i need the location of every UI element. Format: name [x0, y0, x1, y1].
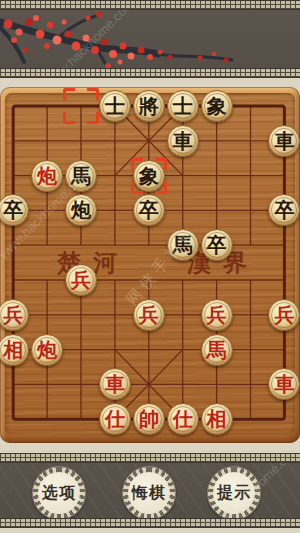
red-cannon-piece[interactable]: 炮	[31, 160, 63, 192]
undo-move-button[interactable]: 悔棋	[122, 466, 176, 518]
black-chariot-piece[interactable]: 車	[167, 125, 199, 157]
meander-border-bottom	[0, 518, 300, 528]
black-elephant-piece[interactable]: 象	[133, 160, 165, 192]
red-advisor-piece[interactable]: 仕	[99, 403, 131, 435]
plum-blossom-branch-icon	[0, 10, 300, 68]
hint-button-label: 提示	[213, 472, 255, 514]
red-general-piece[interactable]: 帥	[133, 403, 165, 435]
undo-move-button-label: 悔棋	[128, 472, 170, 514]
meander-border-footer-top	[0, 453, 300, 463]
red-soldier-piece[interactable]: 兵	[133, 299, 165, 331]
black-general-piece[interactable]: 將	[133, 90, 165, 122]
xiangqi-board[interactable]: 楚河 漢界 士將士象車車炮馬象卒炮卒卒馬卒兵兵兵兵兵相炮馬車車仕帥仕相 www.…	[0, 87, 300, 443]
black-soldier-piece[interactable]: 卒	[201, 229, 233, 261]
red-soldier-piece[interactable]: 兵	[201, 299, 233, 331]
black-horse-piece[interactable]: 馬	[167, 229, 199, 261]
header-banner: www.hackhome.com	[0, 10, 300, 68]
red-soldier-piece[interactable]: 兵	[268, 299, 300, 331]
black-soldier-piece[interactable]: 卒	[133, 194, 165, 226]
red-soldier-piece[interactable]: 兵	[65, 264, 97, 296]
xiangqi-app: www.hackhome.com	[0, 0, 300, 533]
blossoms	[4, 11, 229, 68]
red-elephant-piece[interactable]: 相	[201, 403, 233, 435]
red-cannon-piece[interactable]: 炮	[31, 334, 63, 366]
footer-bar: 选项 悔棋 提示 www.hackhome.com	[0, 463, 300, 518]
black-advisor-piece[interactable]: 士	[99, 90, 131, 122]
options-button-label: 选项	[38, 472, 80, 514]
black-horse-piece[interactable]: 馬	[65, 160, 97, 192]
red-elephant-piece[interactable]: 相	[0, 334, 29, 366]
red-advisor-piece[interactable]: 仕	[167, 403, 199, 435]
black-advisor-piece[interactable]: 士	[167, 90, 199, 122]
black-chariot-piece[interactable]: 車	[268, 125, 300, 157]
red-horse-piece[interactable]: 馬	[201, 334, 233, 366]
hint-button[interactable]: 提示	[207, 466, 261, 518]
options-button[interactable]: 选项	[32, 466, 86, 518]
meander-border-header-bottom	[0, 68, 300, 78]
black-elephant-piece[interactable]: 象	[201, 90, 233, 122]
meander-border-top	[0, 0, 300, 10]
